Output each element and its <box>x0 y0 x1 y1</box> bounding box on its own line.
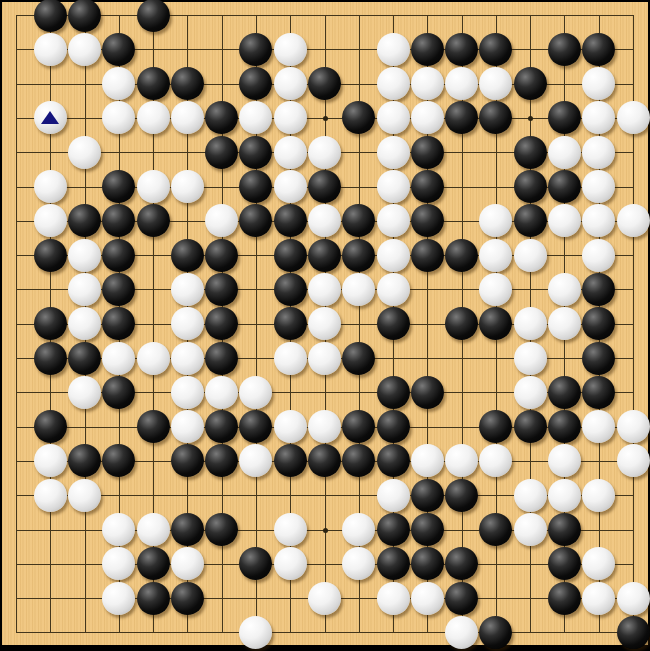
white-stone[interactable] <box>274 547 307 580</box>
white-stone[interactable] <box>34 33 67 66</box>
white-stone[interactable] <box>479 273 512 306</box>
black-stone[interactable] <box>548 170 581 203</box>
white-stone[interactable] <box>514 479 547 512</box>
black-stone[interactable] <box>68 0 101 32</box>
black-stone[interactable] <box>342 101 375 134</box>
black-stone[interactable] <box>479 513 512 546</box>
star-point <box>323 528 328 533</box>
go-board[interactable] <box>2 2 648 645</box>
black-stone[interactable] <box>308 170 341 203</box>
black-stone[interactable] <box>411 513 444 546</box>
last-move-triangle-marker <box>41 111 59 124</box>
white-stone[interactable] <box>582 136 615 169</box>
white-stone[interactable] <box>377 33 410 66</box>
black-stone[interactable] <box>102 273 135 306</box>
white-stone[interactable] <box>377 67 410 100</box>
white-stone[interactable] <box>68 376 101 409</box>
black-stone[interactable] <box>342 444 375 477</box>
white-stone[interactable] <box>102 582 135 615</box>
black-stone[interactable] <box>411 136 444 169</box>
black-stone[interactable] <box>171 513 204 546</box>
white-stone[interactable] <box>342 513 375 546</box>
white-stone[interactable] <box>377 582 410 615</box>
black-stone[interactable] <box>445 547 478 580</box>
white-stone[interactable] <box>411 444 444 477</box>
black-stone[interactable] <box>239 410 272 443</box>
black-stone[interactable] <box>548 513 581 546</box>
black-stone[interactable] <box>102 204 135 237</box>
white-stone[interactable] <box>68 33 101 66</box>
white-stone[interactable] <box>582 582 615 615</box>
white-stone[interactable] <box>274 101 307 134</box>
black-stone[interactable] <box>411 204 444 237</box>
white-stone[interactable] <box>582 204 615 237</box>
black-stone[interactable] <box>479 616 512 649</box>
black-stone[interactable] <box>377 444 410 477</box>
white-stone[interactable] <box>308 342 341 375</box>
white-stone[interactable] <box>411 101 444 134</box>
white-stone[interactable] <box>171 342 204 375</box>
black-stone[interactable] <box>514 67 547 100</box>
black-stone[interactable] <box>239 67 272 100</box>
black-stone[interactable] <box>342 410 375 443</box>
black-stone[interactable] <box>308 444 341 477</box>
white-stone[interactable] <box>548 444 581 477</box>
white-stone[interactable] <box>102 101 135 134</box>
white-stone[interactable] <box>239 616 272 649</box>
black-stone[interactable] <box>137 582 170 615</box>
black-stone[interactable] <box>479 101 512 134</box>
white-stone[interactable] <box>377 170 410 203</box>
white-stone[interactable] <box>582 170 615 203</box>
black-stone[interactable] <box>377 513 410 546</box>
black-stone[interactable] <box>582 33 615 66</box>
white-stone[interactable] <box>239 101 272 134</box>
black-stone[interactable] <box>548 410 581 443</box>
black-stone[interactable] <box>239 170 272 203</box>
white-stone[interactable] <box>274 136 307 169</box>
black-stone[interactable] <box>171 67 204 100</box>
white-stone[interactable] <box>582 479 615 512</box>
white-stone[interactable] <box>377 204 410 237</box>
black-stone[interactable] <box>548 101 581 134</box>
white-stone[interactable] <box>137 170 170 203</box>
black-stone[interactable] <box>205 444 238 477</box>
white-stone[interactable] <box>274 513 307 546</box>
black-stone[interactable] <box>102 444 135 477</box>
white-stone[interactable] <box>239 376 272 409</box>
white-stone[interactable] <box>582 547 615 580</box>
black-stone[interactable] <box>205 410 238 443</box>
white-stone[interactable] <box>548 479 581 512</box>
white-stone[interactable] <box>68 479 101 512</box>
black-stone[interactable] <box>205 101 238 134</box>
black-stone[interactable] <box>411 376 444 409</box>
white-stone[interactable] <box>239 444 272 477</box>
black-stone[interactable] <box>102 33 135 66</box>
black-stone[interactable] <box>68 342 101 375</box>
black-stone[interactable] <box>479 33 512 66</box>
white-stone[interactable] <box>34 204 67 237</box>
black-stone[interactable] <box>342 239 375 272</box>
white-stone[interactable] <box>308 582 341 615</box>
white-stone[interactable] <box>34 444 67 477</box>
black-stone[interactable] <box>514 136 547 169</box>
white-stone[interactable] <box>34 479 67 512</box>
white-stone[interactable] <box>377 136 410 169</box>
black-stone[interactable] <box>308 239 341 272</box>
white-stone[interactable] <box>308 204 341 237</box>
white-stone[interactable] <box>102 342 135 375</box>
black-stone[interactable] <box>274 307 307 340</box>
white-stone[interactable] <box>171 273 204 306</box>
black-stone[interactable] <box>34 342 67 375</box>
black-stone[interactable] <box>34 239 67 272</box>
white-stone[interactable] <box>445 616 478 649</box>
white-stone[interactable] <box>274 170 307 203</box>
black-stone[interactable] <box>205 273 238 306</box>
white-stone[interactable] <box>171 376 204 409</box>
white-stone[interactable] <box>411 582 444 615</box>
black-stone[interactable] <box>342 204 375 237</box>
white-stone[interactable] <box>342 273 375 306</box>
white-stone[interactable] <box>617 204 650 237</box>
white-stone[interactable] <box>548 273 581 306</box>
black-stone[interactable] <box>445 307 478 340</box>
black-stone[interactable] <box>274 239 307 272</box>
black-stone[interactable] <box>34 307 67 340</box>
black-stone[interactable] <box>205 513 238 546</box>
white-stone[interactable] <box>582 410 615 443</box>
white-stone[interactable] <box>582 101 615 134</box>
black-stone[interactable] <box>308 67 341 100</box>
black-stone[interactable] <box>102 239 135 272</box>
black-stone[interactable] <box>514 170 547 203</box>
black-stone[interactable] <box>548 33 581 66</box>
black-stone[interactable] <box>102 307 135 340</box>
black-stone[interactable] <box>274 204 307 237</box>
white-stone[interactable] <box>617 410 650 443</box>
white-stone[interactable] <box>377 101 410 134</box>
grid-vline <box>16 15 17 633</box>
black-stone[interactable] <box>377 410 410 443</box>
white-stone[interactable] <box>445 444 478 477</box>
black-stone[interactable] <box>342 342 375 375</box>
black-stone[interactable] <box>548 582 581 615</box>
white-stone[interactable] <box>342 547 375 580</box>
white-stone[interactable] <box>137 342 170 375</box>
white-stone[interactable] <box>514 342 547 375</box>
white-stone[interactable] <box>514 376 547 409</box>
black-stone[interactable] <box>239 547 272 580</box>
black-stone[interactable] <box>274 273 307 306</box>
black-stone[interactable] <box>137 67 170 100</box>
black-stone[interactable] <box>171 444 204 477</box>
white-stone[interactable] <box>171 547 204 580</box>
black-stone[interactable] <box>411 239 444 272</box>
white-stone[interactable] <box>171 170 204 203</box>
black-stone[interactable] <box>205 239 238 272</box>
black-stone[interactable] <box>582 273 615 306</box>
black-stone[interactable] <box>239 136 272 169</box>
white-stone-marked[interactable] <box>34 101 67 134</box>
white-stone[interactable] <box>68 136 101 169</box>
black-stone[interactable] <box>445 479 478 512</box>
white-stone[interactable] <box>445 67 478 100</box>
white-stone[interactable] <box>34 170 67 203</box>
white-stone[interactable] <box>308 136 341 169</box>
white-stone[interactable] <box>548 307 581 340</box>
black-stone[interactable] <box>377 307 410 340</box>
white-stone[interactable] <box>308 273 341 306</box>
white-stone[interactable] <box>617 444 650 477</box>
white-stone[interactable] <box>274 342 307 375</box>
white-stone[interactable] <box>137 513 170 546</box>
white-stone[interactable] <box>514 513 547 546</box>
black-stone[interactable] <box>137 547 170 580</box>
black-stone[interactable] <box>239 204 272 237</box>
screenshot-root: { "game": "go", "board": { "size": 19, "… <box>0 0 650 651</box>
black-stone[interactable] <box>274 444 307 477</box>
white-stone[interactable] <box>68 239 101 272</box>
black-stone[interactable] <box>205 342 238 375</box>
white-stone[interactable] <box>171 410 204 443</box>
white-stone[interactable] <box>617 582 650 615</box>
star-point <box>528 116 533 121</box>
black-stone[interactable] <box>171 239 204 272</box>
black-stone[interactable] <box>34 410 67 443</box>
white-stone[interactable] <box>479 239 512 272</box>
white-stone[interactable] <box>68 273 101 306</box>
black-stone[interactable] <box>548 376 581 409</box>
white-stone[interactable] <box>377 273 410 306</box>
black-stone[interactable] <box>102 170 135 203</box>
black-stone[interactable] <box>68 204 101 237</box>
black-stone[interactable] <box>445 101 478 134</box>
black-stone[interactable] <box>445 582 478 615</box>
white-stone[interactable] <box>274 67 307 100</box>
white-stone[interactable] <box>582 239 615 272</box>
white-stone[interactable] <box>274 33 307 66</box>
black-stone[interactable] <box>514 204 547 237</box>
black-stone[interactable] <box>445 239 478 272</box>
white-stone[interactable] <box>102 513 135 546</box>
black-stone[interactable] <box>34 0 67 32</box>
white-stone[interactable] <box>68 307 101 340</box>
white-stone[interactable] <box>617 101 650 134</box>
black-stone[interactable] <box>377 376 410 409</box>
black-stone[interactable] <box>479 410 512 443</box>
black-stone[interactable] <box>411 479 444 512</box>
white-stone[interactable] <box>514 239 547 272</box>
black-stone[interactable] <box>411 33 444 66</box>
white-stone[interactable] <box>479 67 512 100</box>
white-stone[interactable] <box>411 67 444 100</box>
white-stone[interactable] <box>102 67 135 100</box>
black-stone[interactable] <box>239 33 272 66</box>
white-stone[interactable] <box>308 307 341 340</box>
black-stone[interactable] <box>582 307 615 340</box>
black-stone[interactable] <box>479 307 512 340</box>
white-stone[interactable] <box>205 376 238 409</box>
white-stone[interactable] <box>171 101 204 134</box>
black-stone[interactable] <box>377 547 410 580</box>
white-stone[interactable] <box>205 204 238 237</box>
white-stone[interactable] <box>137 101 170 134</box>
white-stone[interactable] <box>548 204 581 237</box>
black-stone[interactable] <box>68 444 101 477</box>
white-stone[interactable] <box>514 307 547 340</box>
black-stone[interactable] <box>514 410 547 443</box>
black-stone[interactable] <box>171 582 204 615</box>
black-stone[interactable] <box>582 342 615 375</box>
white-stone[interactable] <box>582 67 615 100</box>
white-stone[interactable] <box>274 410 307 443</box>
white-stone[interactable] <box>479 444 512 477</box>
black-stone[interactable] <box>205 136 238 169</box>
white-stone[interactable] <box>377 239 410 272</box>
black-stone[interactable] <box>137 204 170 237</box>
star-point <box>323 116 328 121</box>
white-stone[interactable] <box>308 410 341 443</box>
black-stone[interactable] <box>137 0 170 32</box>
white-stone[interactable] <box>479 204 512 237</box>
black-stone[interactable] <box>582 376 615 409</box>
black-stone[interactable] <box>102 376 135 409</box>
black-stone[interactable] <box>411 547 444 580</box>
white-stone[interactable] <box>171 307 204 340</box>
white-stone[interactable] <box>548 136 581 169</box>
black-stone[interactable] <box>411 170 444 203</box>
black-stone[interactable] <box>445 33 478 66</box>
white-stone[interactable] <box>102 547 135 580</box>
black-stone[interactable] <box>617 616 650 649</box>
white-stone[interactable] <box>377 479 410 512</box>
black-stone[interactable] <box>137 410 170 443</box>
black-stone[interactable] <box>548 547 581 580</box>
black-stone[interactable] <box>205 307 238 340</box>
